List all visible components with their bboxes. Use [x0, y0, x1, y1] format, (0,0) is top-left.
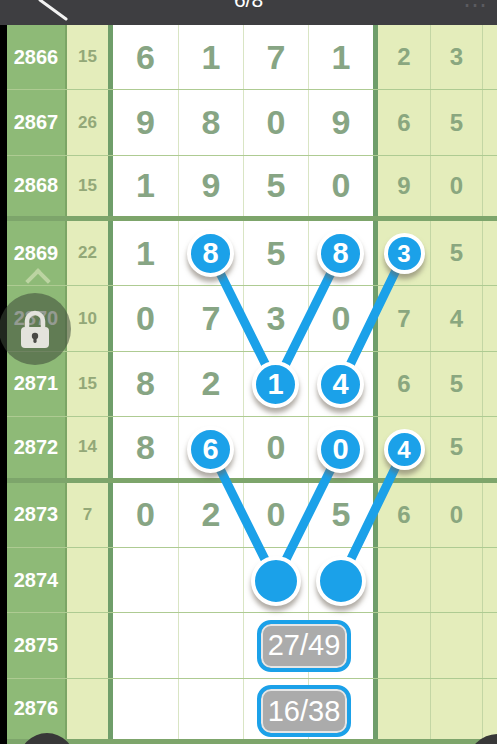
digit-cell[interactable]: 0 — [113, 286, 178, 350]
period-cell: 2867 — [7, 90, 67, 154]
extra-cell[interactable] — [378, 679, 430, 739]
marked-number-circle[interactable]: 4 — [317, 361, 364, 408]
period-cell: 2872 — [7, 417, 67, 477]
table-row: 2875 — [7, 613, 497, 678]
digit-cell[interactable]: 1 — [178, 25, 243, 89]
digit-cell[interactable]: 1 — [113, 156, 178, 216]
digit-cell[interactable]: 0 — [243, 417, 308, 477]
digit-cell[interactable]: 5 — [308, 483, 373, 547]
sum-cell — [67, 613, 108, 677]
extra-cell-clipped — [482, 156, 497, 216]
marked-number-circle[interactable]: 1 — [252, 361, 299, 408]
sum-cell: 15 — [67, 25, 108, 89]
extra-cell[interactable]: 2 — [378, 25, 430, 89]
digit-cell[interactable]: 1 — [113, 221, 178, 285]
extra-cell[interactable]: 5 — [430, 90, 482, 154]
digit-cell[interactable]: 7 — [243, 25, 308, 89]
extra-cell[interactable]: 7 — [378, 286, 430, 350]
digit-cell[interactable] — [178, 548, 243, 612]
sum-cell — [67, 679, 108, 739]
extra-cell[interactable] — [430, 679, 482, 739]
marked-number-circle[interactable]: 8 — [317, 230, 364, 277]
digit-cell[interactable]: 9 — [308, 90, 373, 154]
period-cell: 2874 — [7, 548, 67, 612]
period-cell: 2866 — [7, 25, 67, 89]
digit-cell[interactable] — [178, 613, 243, 677]
sum-cell: 10 — [67, 286, 108, 350]
odds-badge: 27/49 — [257, 620, 351, 672]
menu-icon[interactable]: ⋯ — [463, 0, 489, 19]
digit-cell[interactable] — [113, 613, 178, 677]
digit-cell[interactable]: 2 — [178, 483, 243, 547]
lock-button[interactable] — [0, 293, 71, 365]
digit-cell[interactable]: 6 — [113, 25, 178, 89]
period-cell: 2876 — [7, 679, 67, 739]
digit-cell[interactable]: 8 — [178, 90, 243, 154]
odds-badge: 16/38 — [257, 685, 351, 737]
lock-icon — [16, 308, 54, 350]
digit-cell[interactable]: 9 — [113, 90, 178, 154]
digit-cell[interactable]: 2 — [178, 352, 243, 416]
sum-cell — [67, 548, 108, 612]
sum-cell: 15 — [67, 156, 108, 216]
extra-cell[interactable]: 5 — [430, 221, 482, 285]
extra-cell-clipped — [482, 613, 497, 677]
extra-cell-clipped — [482, 286, 497, 350]
extra-cell[interactable]: 5 — [430, 417, 482, 477]
period-cell: 2875 — [7, 613, 67, 677]
extra-cell-clipped — [482, 221, 497, 285]
extra-cell[interactable] — [378, 613, 430, 677]
digit-cell[interactable] — [113, 679, 178, 739]
extra-cell-clipped — [482, 352, 497, 416]
extra-cell-clipped — [482, 90, 497, 154]
marked-number-circle[interactable]: 4 — [384, 429, 425, 470]
digit-cell[interactable]: 0 — [113, 483, 178, 547]
digit-cell[interactable] — [178, 679, 243, 739]
extra-cell[interactable] — [378, 548, 430, 612]
extra-cell[interactable]: 9 — [378, 156, 430, 216]
table-row: 2876 — [7, 679, 497, 744]
top-bar: 6/8 ⋯ — [0, 0, 497, 25]
extra-cell[interactable] — [430, 613, 482, 677]
marked-number-circle[interactable]: 8 — [187, 230, 234, 277]
table-row: 286815195090 — [7, 156, 497, 221]
extra-cell[interactable]: 6 — [378, 352, 430, 416]
table-row: 286726980965 — [7, 90, 497, 155]
prediction-dot[interactable] — [316, 556, 366, 606]
sum-cell: 7 — [67, 483, 108, 547]
app-screen: 6/8 ⋯ 2866156171232867269809652868151950… — [0, 0, 497, 744]
table-row: 287010073074 — [7, 286, 497, 351]
digit-cell[interactable] — [113, 548, 178, 612]
extra-cell[interactable]: 0 — [430, 156, 482, 216]
digit-cell[interactable]: 8 — [113, 417, 178, 477]
digit-cell[interactable]: 9 — [178, 156, 243, 216]
digit-cell[interactable]: 5 — [243, 221, 308, 285]
digit-cell[interactable]: 1 — [308, 25, 373, 89]
table-row: 286615617123 — [7, 25, 497, 90]
extra-cell[interactable]: 6 — [378, 483, 430, 547]
sum-cell: 22 — [67, 221, 108, 285]
digit-cell[interactable]: 8 — [113, 352, 178, 416]
extra-cell-clipped — [482, 679, 497, 739]
digit-cell[interactable]: 0 — [308, 156, 373, 216]
sum-cell: 26 — [67, 90, 108, 154]
extra-cell[interactable]: 0 — [430, 483, 482, 547]
prediction-dot[interactable] — [251, 556, 301, 606]
digit-cell[interactable]: 7 — [178, 286, 243, 350]
period-cell: 2873 — [7, 483, 67, 547]
table-row: 28737020560 — [7, 483, 497, 548]
digit-cell[interactable]: 3 — [243, 286, 308, 350]
extra-cell[interactable]: 6 — [378, 90, 430, 154]
page-title: 6/8 — [0, 0, 497, 12]
extra-cell-clipped — [482, 25, 497, 89]
marked-number-circle[interactable]: 3 — [384, 233, 425, 274]
extra-cell[interactable]: 4 — [430, 286, 482, 350]
extra-cell-clipped — [482, 483, 497, 547]
extra-cell[interactable]: 3 — [430, 25, 482, 89]
digit-cell[interactable]: 0 — [243, 90, 308, 154]
period-cell: 2868 — [7, 156, 67, 216]
digit-cell[interactable]: 5 — [243, 156, 308, 216]
sum-cell: 15 — [67, 352, 108, 416]
digit-cell[interactable]: 0 — [308, 286, 373, 350]
extra-cell[interactable] — [430, 548, 482, 612]
extra-cell-clipped — [482, 548, 497, 612]
sum-cell: 14 — [67, 417, 108, 477]
digit-cell[interactable]: 0 — [243, 483, 308, 547]
extra-cell[interactable]: 5 — [430, 352, 482, 416]
extra-cell-clipped — [482, 417, 497, 477]
